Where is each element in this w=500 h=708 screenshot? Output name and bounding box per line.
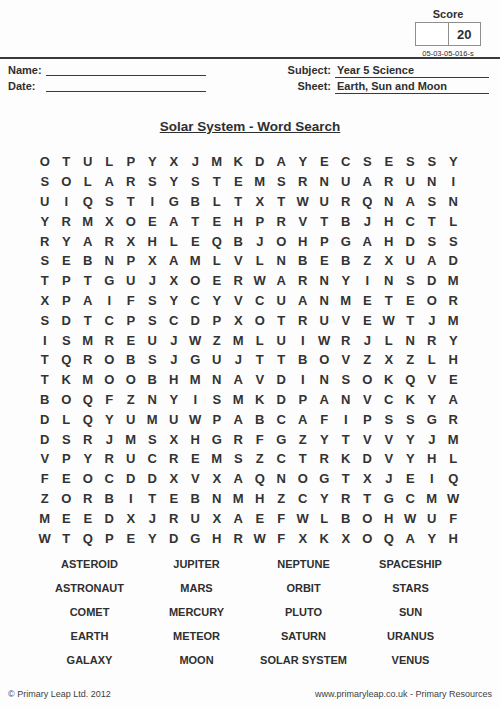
grid-cell-r19c20: F <box>443 508 465 528</box>
grid-cell-r5c18: D <box>400 231 422 251</box>
grid-cell-r2c14: N <box>314 172 336 192</box>
grid-cell-r1c16: S <box>357 152 379 172</box>
grid-cell-r10c2: S <box>56 330 78 350</box>
grid-cell-r15c16: V <box>357 429 379 449</box>
grid-cell-r3c5: T <box>120 192 142 212</box>
grid-cell-r1c10: K <box>228 152 250 172</box>
grid-cell-r9c19: J <box>421 310 443 330</box>
grid-cell-r10c3: M <box>77 330 99 350</box>
grid-cell-r10c12: U <box>271 330 293 350</box>
grid-cell-r7c15: Y <box>335 271 357 291</box>
grid-cell-r3c4: S <box>99 192 121 212</box>
grid-cell-r10c15: R <box>335 330 357 350</box>
grid-cell-r13c13: P <box>292 390 314 410</box>
word-list-item: ASTEROID <box>36 558 143 570</box>
grid-cell-r20c14: K <box>314 528 336 548</box>
grid-cell-r14c7: U <box>163 409 185 429</box>
grid-cell-r6c19: A <box>421 251 443 271</box>
grid-cell-r17c15: T <box>335 469 357 489</box>
grid-cell-r9c15: V <box>335 310 357 330</box>
grid-cell-r9c6: S <box>142 310 164 330</box>
grid-cell-r9c2: D <box>56 310 78 330</box>
grid-cell-r12c6: B <box>142 370 164 390</box>
grid-cell-r14c1: D <box>34 409 56 429</box>
grid-cell-r5c3: A <box>77 231 99 251</box>
grid-cell-r19c19: U <box>421 508 443 528</box>
grid-cell-r17c5: D <box>120 469 142 489</box>
grid-cell-r4c13: V <box>292 211 314 231</box>
name-field: Name: <box>8 64 206 80</box>
grid-cell-r12c9: N <box>206 370 228 390</box>
grid-cell-r10c19: R <box>421 330 443 350</box>
grid-cell-r1c1: O <box>34 152 56 172</box>
subject-field: Subject:Year 5 Science <box>285 64 489 80</box>
grid-cell-r10c1: I <box>34 330 56 350</box>
grid-cell-r18c5: I <box>120 489 142 509</box>
grid-cell-r6c17: X <box>378 251 400 271</box>
grid-cell-r15c6: S <box>142 429 164 449</box>
grid-cell-r18c7: E <box>163 489 185 509</box>
grid-cell-r16c12: C <box>271 449 293 469</box>
grid-cell-r12c12: D <box>271 370 293 390</box>
grid-cell-r8c4: I <box>99 291 121 311</box>
grid-cell-r9c4: C <box>99 310 121 330</box>
grid-cell-r15c10: R <box>228 429 250 449</box>
date-blank-line <box>46 80 206 92</box>
grid-cell-r8c20: R <box>443 291 465 311</box>
grid-cell-r20c19: Y <box>421 528 443 548</box>
grid-cell-r3c15: R <box>335 192 357 212</box>
grid-cell-r17c2: E <box>56 469 78 489</box>
page-title: Solar System - Word Search <box>0 119 500 134</box>
grid-cell-r5c7: L <box>163 231 185 251</box>
grid-cell-r11c19: L <box>421 350 443 370</box>
grid-cell-r11c4: O <box>99 350 121 370</box>
grid-cell-r15c1: D <box>34 429 56 449</box>
grid-cell-r16c3: Y <box>77 449 99 469</box>
subject-label: Subject: <box>285 64 331 76</box>
grid-cell-r13c14: A <box>314 390 336 410</box>
grid-cell-r9c14: U <box>314 310 336 330</box>
grid-cell-r9c20: M <box>443 310 465 330</box>
grid-cell-r14c6: M <box>142 409 164 429</box>
grid-cell-r4c9: E <box>206 211 228 231</box>
grid-cell-r7c20: M <box>443 271 465 291</box>
grid-cell-r10c7: J <box>163 330 185 350</box>
grid-cell-r5c13: H <box>292 231 314 251</box>
grid-cell-r16c20: L <box>443 449 465 469</box>
grid-cell-r14c12: C <box>271 409 293 429</box>
grid-cell-r11c17: X <box>378 350 400 370</box>
grid-cell-r2c5: R <box>120 172 142 192</box>
grid-cell-r19c4: D <box>99 508 121 528</box>
grid-cell-r1c18: S <box>400 152 422 172</box>
grid-cell-r20c13: X <box>292 528 314 548</box>
grid-cell-r20c1: W <box>34 528 56 548</box>
grid-cell-r15c17: V <box>378 429 400 449</box>
grid-cell-r7c16: I <box>357 271 379 291</box>
grid-cell-r5c20: S <box>443 231 465 251</box>
grid-cell-r1c15: C <box>335 152 357 172</box>
grid-cell-r16c1: V <box>34 449 56 469</box>
grid-cell-r2c10: E <box>228 172 250 192</box>
grid-cell-r12c20: E <box>443 370 465 390</box>
grid-cell-r19c6: J <box>142 508 164 528</box>
date-label: Date: <box>8 80 46 92</box>
grid-cell-r9c8: D <box>185 310 207 330</box>
grid-cell-r17c9: X <box>206 469 228 489</box>
grid-cell-r16c15: K <box>335 449 357 469</box>
grid-cell-r15c18: Y <box>400 429 422 449</box>
grid-cell-r12c7: H <box>163 370 185 390</box>
grid-cell-r7c6: J <box>142 271 164 291</box>
word-search-grid: OTULPYXJMKDAYECSESSYSOLARSYSTEMSRNUARUNI… <box>34 152 464 548</box>
grid-cell-r14c5: U <box>120 409 142 429</box>
grid-cell-r7c11: W <box>249 271 271 291</box>
grid-cell-r14c4: Y <box>99 409 121 429</box>
grid-cell-r15c5: M <box>120 429 142 449</box>
grid-cell-r17c11: Q <box>249 469 271 489</box>
grid-cell-r11c6: S <box>142 350 164 370</box>
grid-cell-r20c12: F <box>271 528 293 548</box>
grid-cell-r6c10: V <box>228 251 250 271</box>
grid-cell-r15c2: S <box>56 429 78 449</box>
grid-cell-r20c17: Q <box>378 528 400 548</box>
grid-cell-r4c10: H <box>228 211 250 231</box>
grid-cell-r3c12: T <box>271 192 293 212</box>
grid-cell-r17c13: O <box>292 469 314 489</box>
grid-cell-r1c8: J <box>185 152 207 172</box>
grid-cell-r14c14: F <box>314 409 336 429</box>
grid-cell-r4c14: T <box>314 211 336 231</box>
grid-cell-r8c15: M <box>335 291 357 311</box>
grid-cell-r19c7: R <box>163 508 185 528</box>
grid-cell-r19c15: B <box>335 508 357 528</box>
grid-cell-r5c5: X <box>120 231 142 251</box>
grid-cell-r6c12: N <box>271 251 293 271</box>
grid-cell-r20c10: R <box>228 528 250 548</box>
grid-cell-r2c1: S <box>34 172 56 192</box>
grid-cell-r11c7: J <box>163 350 185 370</box>
grid-cell-r19c11: E <box>249 508 271 528</box>
grid-cell-r14c17: S <box>378 409 400 429</box>
grid-cell-r19c12: F <box>271 508 293 528</box>
grid-cell-r16c13: T <box>292 449 314 469</box>
grid-cell-r13c6: N <box>142 390 164 410</box>
grid-cell-r15c8: H <box>185 429 207 449</box>
grid-cell-r8c12: U <box>271 291 293 311</box>
grid-cell-r17c3: O <box>77 469 99 489</box>
word-list-item: MARS <box>143 582 250 594</box>
grid-cell-r14c19: G <box>421 409 443 429</box>
word-list-item: GALAXY <box>36 654 143 666</box>
grid-cell-r19c10: A <box>228 508 250 528</box>
grid-cell-r3c7: G <box>163 192 185 212</box>
grid-cell-r14c3: Q <box>77 409 99 429</box>
grid-cell-r5c1: R <box>34 231 56 251</box>
grid-cell-r4c17: H <box>378 211 400 231</box>
grid-cell-r18c12: Z <box>271 489 293 509</box>
name-label: Name: <box>8 64 46 76</box>
grid-cell-r2c17: R <box>378 172 400 192</box>
grid-cell-r20c3: Q <box>77 528 99 548</box>
grid-cell-r1c2: T <box>56 152 78 172</box>
grid-cell-r15c9: G <box>206 429 228 449</box>
grid-cell-r9c11: O <box>249 310 271 330</box>
score-label: Score <box>415 8 481 20</box>
grid-cell-r7c18: S <box>400 271 422 291</box>
grid-cell-r12c10: A <box>228 370 250 390</box>
grid-cell-r4c12: R <box>271 211 293 231</box>
grid-cell-r4c8: T <box>185 211 207 231</box>
grid-cell-r1c20: Y <box>443 152 465 172</box>
grid-cell-r6c11: L <box>249 251 271 271</box>
grid-cell-r10c8: W <box>185 330 207 350</box>
grid-cell-r16c2: P <box>56 449 78 469</box>
grid-cell-r18c1: Z <box>34 489 56 509</box>
grid-cell-r18c10: M <box>228 489 250 509</box>
sheet-value: Earth, Sun and Moon <box>335 80 489 94</box>
grid-cell-r5c9: Q <box>206 231 228 251</box>
grid-cell-r20c5: E <box>120 528 142 548</box>
grid-cell-r7c5: U <box>120 271 142 291</box>
word-list-item: SATURN <box>250 630 357 642</box>
grid-cell-r15c12: G <box>271 429 293 449</box>
grid-cell-r19c9: X <box>206 508 228 528</box>
grid-cell-r18c14: Y <box>314 489 336 509</box>
grid-cell-r18c9: N <box>206 489 228 509</box>
grid-cell-r13c7: Y <box>163 390 185 410</box>
grid-cell-r9c12: T <box>271 310 293 330</box>
grid-cell-r13c15: N <box>335 390 357 410</box>
grid-cell-r10c10: M <box>228 330 250 350</box>
grid-cell-r8c6: S <box>142 291 164 311</box>
grid-cell-r8c16: E <box>357 291 379 311</box>
grid-cell-r7c10: R <box>228 271 250 291</box>
grid-cell-r17c18: E <box>400 469 422 489</box>
grid-cell-r9c16: E <box>357 310 379 330</box>
grid-cell-r5c15: G <box>335 231 357 251</box>
grid-cell-r6c8: M <box>185 251 207 271</box>
word-list-item: MERCURY <box>143 606 250 618</box>
grid-cell-r12c15: S <box>335 370 357 390</box>
grid-cell-r2c6: S <box>142 172 164 192</box>
grid-cell-r17c8: V <box>185 469 207 489</box>
grid-cell-r3c20: N <box>443 192 465 212</box>
grid-cell-r12c11: V <box>249 370 271 390</box>
grid-cell-r17c7: X <box>163 469 185 489</box>
grid-cell-r10c14: W <box>314 330 336 350</box>
grid-cell-r2c15: U <box>335 172 357 192</box>
grid-cell-r14c15: I <box>335 409 357 429</box>
grid-cell-r15c13: Z <box>292 429 314 449</box>
grid-cell-r2c11: M <box>249 172 271 192</box>
grid-cell-r4c7: A <box>163 211 185 231</box>
grid-cell-r5c17: H <box>378 231 400 251</box>
grid-cell-r9c9: P <box>206 310 228 330</box>
grid-cell-r12c2: K <box>56 370 78 390</box>
grid-cell-r15c3: R <box>77 429 99 449</box>
grid-cell-r5c11: J <box>249 231 271 251</box>
grid-cell-r12c16: O <box>357 370 379 390</box>
grid-cell-r4c19: T <box>421 211 443 231</box>
grid-cell-r15c4: J <box>99 429 121 449</box>
word-list-item: STARS <box>357 582 464 594</box>
grid-cell-r10c17: L <box>378 330 400 350</box>
grid-cell-r9c13: R <box>292 310 314 330</box>
grid-cell-r9c7: C <box>163 310 185 330</box>
sheet-field: Sheet:Earth, Sun and Moon <box>285 80 489 96</box>
grid-cell-r19c8: U <box>185 508 207 528</box>
grid-cell-r8c10: V <box>228 291 250 311</box>
grid-cell-r16c10: S <box>228 449 250 469</box>
grid-cell-r20c2: T <box>56 528 78 548</box>
grid-cell-r13c8: I <box>185 390 207 410</box>
grid-cell-r17c20: Q <box>443 469 465 489</box>
grid-cell-r2c19: N <box>421 172 443 192</box>
grid-cell-r10c13: I <box>292 330 314 350</box>
grid-cell-r4c1: Y <box>34 211 56 231</box>
grid-cell-r11c16: Z <box>357 350 379 370</box>
grid-cell-r5c14: P <box>314 231 336 251</box>
grid-cell-r14c10: A <box>228 409 250 429</box>
grid-cell-r1c13: Y <box>292 152 314 172</box>
grid-cell-r7c1: T <box>34 271 56 291</box>
grid-cell-r5c4: R <box>99 231 121 251</box>
grid-cell-r8c3: A <box>77 291 99 311</box>
word-list-item: VENUS <box>357 654 464 666</box>
grid-cell-r8c7: Y <box>163 291 185 311</box>
grid-cell-r2c3: L <box>77 172 99 192</box>
grid-cell-r11c11: T <box>249 350 271 370</box>
grid-cell-r19c14: L <box>314 508 336 528</box>
grid-cell-r20c18: A <box>400 528 422 548</box>
grid-cell-r14c18: S <box>400 409 422 429</box>
grid-cell-r7c4: G <box>99 271 121 291</box>
grid-cell-r10c16: J <box>357 330 379 350</box>
grid-cell-r13c1: B <box>34 390 56 410</box>
grid-cell-r11c3: R <box>77 350 99 370</box>
grid-cell-r4c5: O <box>120 211 142 231</box>
grid-cell-r13c11: K <box>249 390 271 410</box>
grid-cell-r16c18: Y <box>400 449 422 469</box>
grid-cell-r4c20: L <box>443 211 465 231</box>
grid-cell-r19c3: E <box>77 508 99 528</box>
grid-cell-r20c7: D <box>163 528 185 548</box>
grid-cell-r13c18: K <box>400 390 422 410</box>
grid-cell-r7c19: D <box>421 271 443 291</box>
grid-cell-r13c10: M <box>228 390 250 410</box>
grid-cell-r3c13: W <box>292 192 314 212</box>
grid-cell-r12c18: Q <box>400 370 422 390</box>
grid-cell-r7c9: E <box>206 271 228 291</box>
grid-cell-r3c2: I <box>56 192 78 212</box>
grid-cell-r20c15: X <box>335 528 357 548</box>
grid-cell-r5c6: H <box>142 231 164 251</box>
grid-cell-r5c19: S <box>421 231 443 251</box>
grid-cell-r4c4: X <box>99 211 121 231</box>
grid-cell-r3c8: B <box>185 192 207 212</box>
grid-cell-r18c20: W <box>443 489 465 509</box>
grid-cell-r1c3: U <box>77 152 99 172</box>
grid-cell-r13c9: S <box>206 390 228 410</box>
grid-cell-r8c2: P <box>56 291 78 311</box>
grid-cell-r5c10: B <box>228 231 250 251</box>
grid-cell-r12c3: M <box>77 370 99 390</box>
grid-cell-r15c11: F <box>249 429 271 449</box>
grid-cell-r2c18: U <box>400 172 422 192</box>
grid-cell-r13c17: C <box>378 390 400 410</box>
grid-cell-r3c10: T <box>228 192 250 212</box>
grid-cell-r15c14: Y <box>314 429 336 449</box>
grid-cell-r20c16: O <box>357 528 379 548</box>
grid-cell-r17c1: F <box>34 469 56 489</box>
grid-cell-r4c6: E <box>142 211 164 231</box>
grid-cell-r18c3: R <box>77 489 99 509</box>
grid-cell-r7c7: X <box>163 271 185 291</box>
grid-cell-r7c2: P <box>56 271 78 291</box>
grid-cell-r15c15: T <box>335 429 357 449</box>
grid-cell-r6c4: N <box>99 251 121 271</box>
grid-cell-r14c13: A <box>292 409 314 429</box>
grid-cell-r15c19: J <box>421 429 443 449</box>
grid-cell-r1c6: Y <box>142 152 164 172</box>
grid-cell-r6c15: B <box>335 251 357 271</box>
grid-cell-r12c1: T <box>34 370 56 390</box>
grid-cell-r18c8: B <box>185 489 207 509</box>
word-list-item: ORBIT <box>250 582 357 594</box>
word-list-item: ASTRONAUT <box>36 582 143 594</box>
grid-cell-r2c9: T <box>206 172 228 192</box>
grid-cell-r4c11: P <box>249 211 271 231</box>
grid-cell-r10c5: E <box>120 330 142 350</box>
grid-cell-r16c17: V <box>378 449 400 469</box>
grid-cell-r9c3: T <box>77 310 99 330</box>
word-list-item: EARTH <box>36 630 143 642</box>
grid-cell-r9c17: W <box>378 310 400 330</box>
grid-cell-r7c13: R <box>292 271 314 291</box>
grid-cell-r16c7: R <box>163 449 185 469</box>
subject-value: Year 5 Science <box>335 64 489 78</box>
score-entry-box <box>415 22 448 46</box>
grid-cell-r7c17: N <box>378 271 400 291</box>
grid-cell-r14c20: R <box>443 409 465 429</box>
grid-cell-r19c13: W <box>292 508 314 528</box>
grid-cell-r1c5: P <box>120 152 142 172</box>
grid-cell-r12c19: V <box>421 370 443 390</box>
grid-cell-r11c14: O <box>314 350 336 370</box>
grid-cell-r13c20: A <box>443 390 465 410</box>
grid-cell-r18c6: T <box>142 489 164 509</box>
grid-cell-r11c9: U <box>206 350 228 370</box>
word-list-item: METEOR <box>143 630 250 642</box>
grid-cell-r17c14: G <box>314 469 336 489</box>
grid-cell-r12c4: O <box>99 370 121 390</box>
grid-cell-r5c16: A <box>357 231 379 251</box>
grid-cell-r16c8: E <box>185 449 207 469</box>
grid-cell-r4c3: M <box>77 211 99 231</box>
grid-cell-r19c17: H <box>378 508 400 528</box>
grid-cell-r11c10: J <box>228 350 250 370</box>
word-list-item: MOON <box>143 654 250 666</box>
grid-cell-r19c18: W <box>400 508 422 528</box>
grid-cell-r5c8: E <box>185 231 207 251</box>
grid-cell-r6c13: B <box>292 251 314 271</box>
grid-cell-r6c2: E <box>56 251 78 271</box>
grid-cell-r2c12: S <box>271 172 293 192</box>
grid-cell-r17c10: A <box>228 469 250 489</box>
grid-cell-r13c12: D <box>271 390 293 410</box>
